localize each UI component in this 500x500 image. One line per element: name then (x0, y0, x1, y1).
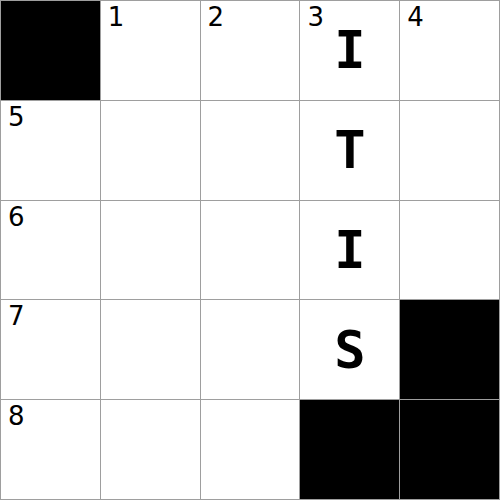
clue-number-1: 1 (108, 3, 125, 32)
cell-r1c2[interactable]: 1 (101, 1, 200, 100)
cell-r3c4[interactable]: I (300, 201, 399, 300)
block-cell-r1c1 (1, 1, 100, 100)
cell-r1c5[interactable]: 4 (400, 1, 499, 100)
clue-number-5: 5 (8, 103, 25, 132)
cell-r2c3[interactable] (201, 101, 300, 200)
letter-r2c4: T (334, 120, 365, 180)
cell-r4c2[interactable] (101, 300, 200, 399)
crossword-board: 123I45T6I7S8 (0, 0, 500, 500)
cell-r3c5[interactable] (400, 201, 499, 300)
cell-r1c3[interactable]: 2 (201, 1, 300, 100)
cell-r3c1[interactable]: 6 (1, 201, 100, 300)
letter-r4c4: S (334, 320, 365, 380)
cell-r3c3[interactable] (201, 201, 300, 300)
clue-number-7: 7 (8, 302, 25, 331)
cell-r2c2[interactable] (101, 101, 200, 200)
cell-r2c4[interactable]: T (300, 101, 399, 200)
block-cell-r4c5 (400, 300, 499, 399)
block-cell-r5c4 (300, 400, 399, 499)
clue-number-8: 8 (8, 402, 25, 431)
cell-r4c1[interactable]: 7 (1, 300, 100, 399)
cell-r2c1[interactable]: 5 (1, 101, 100, 200)
block-cell-r5c5 (400, 400, 499, 499)
clue-number-3: 3 (307, 3, 324, 32)
cell-r4c3[interactable] (201, 300, 300, 399)
cell-r5c3[interactable] (201, 400, 300, 499)
clue-number-2: 2 (208, 3, 225, 32)
letter-r3c4: I (334, 220, 365, 280)
cell-r4c4[interactable]: S (300, 300, 399, 399)
cell-r5c2[interactable] (101, 400, 200, 499)
cell-r2c5[interactable] (400, 101, 499, 200)
letter-r1c4: I (334, 20, 365, 80)
cell-r5c1[interactable]: 8 (1, 400, 100, 499)
clue-number-4: 4 (407, 3, 424, 32)
clue-number-6: 6 (8, 203, 25, 232)
cell-r3c2[interactable] (101, 201, 200, 300)
cell-r1c4[interactable]: 3I (300, 1, 399, 100)
